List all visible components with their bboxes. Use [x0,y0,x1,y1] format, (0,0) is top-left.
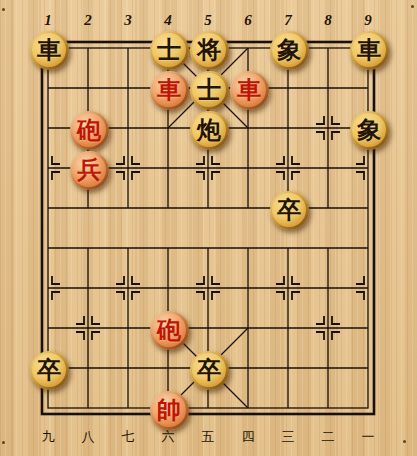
red-cannon-cell: 砲 [148,308,188,348]
black-soldier-cell: 卒 [268,188,308,228]
black-chariot[interactable]: 車 [30,31,69,70]
file-label-bottom-4: 六 [148,428,188,446]
file-label-bottom-3: 七 [108,428,148,446]
red-chariot-glyph: 車 [157,78,181,102]
red-cannon[interactable]: 砲 [70,111,109,150]
red-general[interactable]: 帥 [150,391,189,430]
file-label-bottom-2: 八 [68,428,108,446]
black-cannon-cell: 炮 [188,108,228,148]
file-label-top-7: 7 [268,11,308,29]
black-chariot-glyph: 車 [357,38,381,62]
red-soldier-cell: 兵 [68,148,108,188]
file-label-top-4: 4 [148,11,188,29]
red-chariot-glyph: 車 [237,78,261,102]
black-soldier-glyph: 卒 [277,198,301,222]
black-advisor[interactable]: 士 [150,31,189,70]
black-chariot-cell: 車 [348,28,388,68]
red-cannon[interactable]: 砲 [150,311,189,350]
file-label-top-2: 2 [68,11,108,29]
black-soldier-cell: 卒 [28,348,68,388]
file-label-top-1: 1 [28,11,68,29]
black-cannon[interactable]: 炮 [190,111,229,150]
file-label-top-6: 6 [228,11,268,29]
black-cannon-glyph: 炮 [197,118,221,142]
black-soldier[interactable]: 卒 [190,351,229,390]
black-general[interactable]: 将 [190,31,229,70]
corner-dot [411,5,414,8]
black-soldier[interactable]: 卒 [30,351,69,390]
red-cannon-cell: 砲 [68,108,108,148]
corner-dot [2,8,5,11]
black-soldier-glyph: 卒 [37,358,61,382]
black-general-cell: 将 [188,28,228,68]
file-label-top-3: 3 [108,11,148,29]
black-advisor-glyph: 士 [197,78,221,102]
red-chariot-cell: 車 [148,68,188,108]
corner-dot [2,441,5,444]
pieces-layer: 車士将象車車士車砲炮象兵卒砲卒卒帥 [28,28,388,428]
black-elephant-glyph: 象 [277,38,301,62]
file-label-bottom-5: 五 [188,428,228,446]
file-label-bottom-8: 二 [308,428,348,446]
file-label-bottom-6: 四 [228,428,268,446]
file-label-top-8: 8 [308,11,348,29]
file-label-top-5: 5 [188,11,228,29]
black-chariot-cell: 車 [28,28,68,68]
black-soldier[interactable]: 卒 [270,191,309,230]
black-advisor-glyph: 士 [157,38,181,62]
red-general-cell: 帥 [148,388,188,428]
black-soldier-cell: 卒 [188,348,228,388]
black-advisor[interactable]: 士 [190,71,229,110]
red-soldier[interactable]: 兵 [70,151,109,190]
black-advisor-cell: 士 [148,28,188,68]
file-label-bottom-7: 三 [268,428,308,446]
black-chariot[interactable]: 車 [350,31,389,70]
black-advisor-cell: 士 [188,68,228,108]
red-soldier-glyph: 兵 [77,158,101,182]
black-soldier-glyph: 卒 [197,358,221,382]
black-general-glyph: 将 [197,38,221,62]
file-label-top-9: 9 [348,11,388,29]
black-elephant-glyph: 象 [357,118,381,142]
black-elephant[interactable]: 象 [270,31,309,70]
red-cannon-glyph: 砲 [157,318,181,342]
red-chariot[interactable]: 車 [230,71,269,110]
red-cannon-glyph: 砲 [77,118,101,142]
black-elephant[interactable]: 象 [350,111,389,150]
corner-dot [403,440,406,443]
red-general-glyph: 帥 [157,398,181,422]
red-chariot-cell: 車 [228,68,268,108]
file-label-bottom-9: 一 [348,428,388,446]
black-elephant-cell: 象 [268,28,308,68]
black-chariot-glyph: 車 [37,38,61,62]
xiangqi-board-screen: 123456789 九八七六五四三二一 車士将象車車士車砲炮象兵卒砲卒卒帥 [0,0,417,456]
black-elephant-cell: 象 [348,108,388,148]
red-chariot[interactable]: 車 [150,71,189,110]
file-label-bottom-1: 九 [28,428,68,446]
